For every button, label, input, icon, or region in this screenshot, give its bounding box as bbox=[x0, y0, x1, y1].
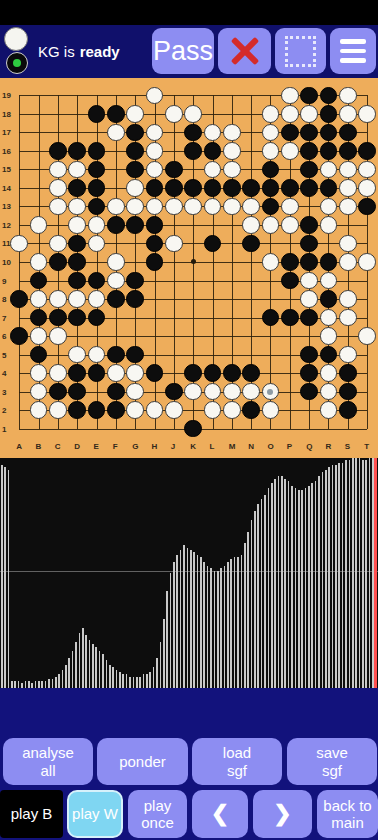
winrate-bar bbox=[335, 465, 337, 688]
stone-P19[interactable] bbox=[281, 87, 299, 105]
col-label: A bbox=[16, 442, 22, 451]
winrate-bar bbox=[18, 681, 20, 688]
stone-G15[interactable] bbox=[126, 161, 144, 179]
stone-C7[interactable] bbox=[49, 309, 67, 327]
stone-R8[interactable] bbox=[320, 290, 338, 308]
winrate-bar bbox=[8, 470, 10, 689]
winrate-bar bbox=[11, 681, 13, 688]
stone-S17[interactable] bbox=[339, 124, 357, 142]
stone-N2[interactable] bbox=[242, 401, 260, 419]
stone-B9[interactable] bbox=[30, 272, 48, 290]
stone-M4[interactable] bbox=[223, 364, 241, 382]
load-sgf-button[interactable]: load sgf bbox=[192, 738, 282, 785]
stone-E16[interactable] bbox=[88, 142, 106, 160]
ponder-button[interactable]: ponder bbox=[97, 738, 188, 785]
stone-H11[interactable] bbox=[146, 235, 164, 253]
stone-B5[interactable] bbox=[30, 346, 48, 364]
pass-button[interactable]: Pass bbox=[152, 28, 214, 74]
stone-D12[interactable] bbox=[68, 216, 86, 234]
winrate-bar bbox=[129, 677, 131, 689]
stone-O13[interactable] bbox=[262, 198, 280, 216]
winrate-bar bbox=[281, 476, 283, 688]
stone-R13[interactable] bbox=[320, 198, 338, 216]
stone-E12[interactable] bbox=[88, 216, 106, 234]
stone-O16[interactable] bbox=[262, 142, 280, 160]
stone-M2[interactable] bbox=[223, 401, 241, 419]
stone-R19[interactable] bbox=[320, 87, 338, 105]
stone-P14[interactable] bbox=[281, 179, 299, 197]
stone-E11[interactable] bbox=[88, 235, 106, 253]
winrate-bar bbox=[176, 555, 178, 688]
stone-D9[interactable] bbox=[68, 272, 86, 290]
stone-J2[interactable] bbox=[165, 401, 183, 419]
stone-N11[interactable] bbox=[242, 235, 260, 253]
row-label: 14 bbox=[2, 184, 11, 193]
stone-P16[interactable] bbox=[281, 142, 299, 160]
stone-S4[interactable] bbox=[339, 364, 357, 382]
stone-S13[interactable] bbox=[339, 198, 357, 216]
winrate-bar bbox=[38, 681, 40, 688]
row-label: 13 bbox=[2, 202, 11, 211]
stone-C14[interactable] bbox=[49, 179, 67, 197]
stone-G2[interactable] bbox=[126, 401, 144, 419]
stone-S19[interactable] bbox=[339, 87, 357, 105]
stone-G13[interactable] bbox=[126, 198, 144, 216]
go-board[interactable]: ABCDEFGHJKLMNOPQRST191817161514131211109… bbox=[0, 78, 378, 458]
stone-H13[interactable] bbox=[146, 198, 164, 216]
stone-D3[interactable] bbox=[68, 383, 86, 401]
stone-E5[interactable] bbox=[88, 346, 106, 364]
stone-B4[interactable] bbox=[30, 364, 48, 382]
stone-L14[interactable] bbox=[204, 179, 222, 197]
stone-A11[interactable] bbox=[10, 235, 28, 253]
stone-H4[interactable] bbox=[146, 364, 164, 382]
row-label: 7 bbox=[2, 314, 6, 323]
stone-C6[interactable] bbox=[49, 327, 67, 345]
stone-B8[interactable] bbox=[30, 290, 48, 308]
stone-G14[interactable] bbox=[126, 179, 144, 197]
winrate-bar bbox=[55, 677, 57, 689]
stone-O17[interactable] bbox=[262, 124, 280, 142]
stone-L4[interactable] bbox=[204, 364, 222, 382]
stone-D10[interactable] bbox=[68, 253, 86, 271]
stone-J13[interactable] bbox=[165, 198, 183, 216]
stone-G12[interactable] bbox=[126, 216, 144, 234]
stone-C15[interactable] bbox=[49, 161, 67, 179]
stone-E18[interactable] bbox=[88, 105, 106, 123]
stone-L16[interactable] bbox=[204, 142, 222, 160]
stone-P12[interactable] bbox=[281, 216, 299, 234]
stone-E15[interactable] bbox=[88, 161, 106, 179]
stone-K3[interactable] bbox=[184, 383, 202, 401]
stone-R16[interactable] bbox=[320, 142, 338, 160]
stone-O7[interactable] bbox=[262, 309, 280, 327]
stone-N14[interactable] bbox=[242, 179, 260, 197]
stone-Q10[interactable] bbox=[300, 253, 318, 271]
winrate-bar bbox=[119, 672, 121, 688]
status-state: ready bbox=[80, 43, 120, 60]
stone-H15[interactable] bbox=[146, 161, 164, 179]
winrate-bar bbox=[156, 658, 158, 688]
stone-D13[interactable] bbox=[68, 198, 86, 216]
stone-R10[interactable] bbox=[320, 253, 338, 271]
stone-E2[interactable] bbox=[88, 401, 106, 419]
stone-Q15[interactable] bbox=[300, 161, 318, 179]
stone-L13[interactable] bbox=[204, 198, 222, 216]
stone-P13[interactable] bbox=[281, 198, 299, 216]
stone-C4[interactable] bbox=[49, 364, 67, 382]
stone-M17[interactable] bbox=[223, 124, 241, 142]
stone-A6[interactable] bbox=[10, 327, 28, 345]
winrate-bar bbox=[187, 548, 189, 688]
stone-F12[interactable] bbox=[107, 216, 125, 234]
stone-G18[interactable] bbox=[126, 105, 144, 123]
hamburger-icon bbox=[340, 39, 366, 44]
winrate-bar bbox=[197, 555, 199, 688]
winrate-graph[interactable] bbox=[0, 458, 378, 688]
winrate-bar bbox=[106, 660, 108, 688]
col-label: S bbox=[345, 442, 350, 451]
stone-R9[interactable] bbox=[320, 272, 338, 290]
stone-E14[interactable] bbox=[88, 179, 106, 197]
row-label: 17 bbox=[2, 128, 11, 137]
stone-Q3[interactable] bbox=[300, 383, 318, 401]
stone-L3[interactable] bbox=[204, 383, 222, 401]
winrate-bar bbox=[79, 633, 81, 688]
last-move-marker bbox=[267, 389, 273, 395]
winrate-bar bbox=[58, 674, 60, 688]
stone-S14[interactable] bbox=[339, 179, 357, 197]
winrate-bar bbox=[112, 667, 114, 688]
stone-F4[interactable] bbox=[107, 364, 125, 382]
stone-R4[interactable] bbox=[320, 364, 338, 382]
winrate-bar bbox=[365, 460, 367, 688]
stone-G8[interactable] bbox=[126, 290, 144, 308]
save-sgf-button[interactable]: save sgf bbox=[287, 738, 377, 785]
stone-L11[interactable] bbox=[204, 235, 222, 253]
play-once-button[interactable]: play once bbox=[128, 790, 187, 838]
stone-R12[interactable] bbox=[320, 216, 338, 234]
col-label: R bbox=[325, 442, 331, 451]
stone-H14[interactable] bbox=[146, 179, 164, 197]
winrate-bar bbox=[126, 674, 128, 688]
stone-O2[interactable] bbox=[262, 401, 280, 419]
select-region-button[interactable] bbox=[275, 28, 326, 74]
stone-Q8[interactable] bbox=[300, 290, 318, 308]
stone-D4[interactable] bbox=[68, 364, 86, 382]
stone-F8[interactable] bbox=[107, 290, 125, 308]
red-x-icon bbox=[225, 31, 265, 71]
stone-C16[interactable] bbox=[49, 142, 67, 160]
stone-P18[interactable] bbox=[281, 105, 299, 123]
winrate-bar bbox=[143, 674, 145, 688]
back-to-main-button[interactable]: back to main bbox=[317, 790, 378, 838]
winrate-bar bbox=[193, 552, 195, 688]
winrate-bar bbox=[234, 557, 236, 688]
stone-G5[interactable] bbox=[126, 346, 144, 364]
stone-F5[interactable] bbox=[107, 346, 125, 364]
winrate-bar bbox=[109, 665, 111, 688]
winrate-bar bbox=[210, 568, 212, 688]
stone-Q5[interactable] bbox=[300, 346, 318, 364]
stone-G4[interactable] bbox=[126, 364, 144, 382]
stone-B2[interactable] bbox=[30, 401, 48, 419]
stone-H2[interactable] bbox=[146, 401, 164, 419]
stone-R2[interactable] bbox=[320, 401, 338, 419]
winrate-bar bbox=[133, 677, 135, 689]
prev-move-button[interactable]: ❮ bbox=[192, 790, 248, 838]
status-bar bbox=[0, 0, 378, 25]
stone-J11[interactable] bbox=[165, 235, 183, 253]
stone-T14[interactable] bbox=[358, 179, 376, 197]
status-prefix: KG is bbox=[38, 43, 75, 60]
stone-S16[interactable] bbox=[339, 142, 357, 160]
stone-P17[interactable] bbox=[281, 124, 299, 142]
stone-E8[interactable] bbox=[88, 290, 106, 308]
stone-K14[interactable] bbox=[184, 179, 202, 197]
stone-R5[interactable] bbox=[320, 346, 338, 364]
col-label: H bbox=[152, 442, 158, 451]
stone-J3[interactable] bbox=[165, 383, 183, 401]
stone-R15[interactable] bbox=[320, 161, 338, 179]
winrate-bar bbox=[315, 481, 317, 688]
stone-T10[interactable] bbox=[358, 253, 376, 271]
stone-S11[interactable] bbox=[339, 235, 357, 253]
stone-C11[interactable] bbox=[49, 235, 67, 253]
stone-S8[interactable] bbox=[339, 290, 357, 308]
stone-R17[interactable] bbox=[320, 124, 338, 142]
stone-H17[interactable] bbox=[146, 124, 164, 142]
stone-L15[interactable] bbox=[204, 161, 222, 179]
winrate-bar bbox=[1, 465, 3, 688]
stone-B7[interactable] bbox=[30, 309, 48, 327]
stone-G16[interactable] bbox=[126, 142, 144, 160]
winrate-bar bbox=[342, 463, 344, 688]
stone-D2[interactable] bbox=[68, 401, 86, 419]
stone-K1[interactable] bbox=[184, 420, 202, 438]
menu-button[interactable] bbox=[330, 28, 376, 74]
stone-H10[interactable] bbox=[146, 253, 164, 271]
col-label: N bbox=[248, 442, 254, 451]
stone-S15[interactable] bbox=[339, 161, 357, 179]
winrate-bar bbox=[180, 550, 182, 688]
stone-S18[interactable] bbox=[339, 105, 357, 123]
play-white-button[interactable]: play W bbox=[67, 790, 123, 838]
row-label: 10 bbox=[2, 258, 11, 267]
stone-O3[interactable] bbox=[262, 383, 280, 401]
stone-P10[interactable] bbox=[281, 253, 299, 271]
winrate-bar bbox=[291, 486, 293, 688]
stone-L2[interactable] bbox=[204, 401, 222, 419]
stone-J18[interactable] bbox=[165, 105, 183, 123]
close-button[interactable] bbox=[218, 28, 271, 74]
stone-D16[interactable] bbox=[68, 142, 86, 160]
stone-Q16[interactable] bbox=[300, 142, 318, 160]
winrate-bar bbox=[352, 458, 354, 688]
winrate-bar bbox=[369, 458, 371, 688]
stone-S10[interactable] bbox=[339, 253, 357, 271]
winrate-bar bbox=[271, 483, 273, 688]
stone-D14[interactable] bbox=[68, 179, 86, 197]
winrate-bar bbox=[214, 571, 216, 688]
row-label: 16 bbox=[2, 147, 11, 156]
stone-E4[interactable] bbox=[88, 364, 106, 382]
stone-B10[interactable] bbox=[30, 253, 48, 271]
stone-B12[interactable] bbox=[30, 216, 48, 234]
winrate-bar bbox=[203, 562, 205, 689]
stone-R18[interactable] bbox=[320, 105, 338, 123]
stone-K17[interactable] bbox=[184, 124, 202, 142]
stone-D5[interactable] bbox=[68, 346, 86, 364]
stone-M13[interactable] bbox=[223, 198, 241, 216]
winrate-bar bbox=[224, 566, 226, 688]
col-label: D bbox=[74, 442, 80, 451]
stone-Q18[interactable] bbox=[300, 105, 318, 123]
stone-G3[interactable] bbox=[126, 383, 144, 401]
winrate-bar bbox=[274, 479, 276, 688]
stone-C10[interactable] bbox=[49, 253, 67, 271]
col-label: T bbox=[364, 442, 369, 451]
stone-F9[interactable] bbox=[107, 272, 125, 290]
stone-O14[interactable] bbox=[262, 179, 280, 197]
winrate-bar bbox=[332, 465, 334, 688]
winrate-bar bbox=[338, 463, 340, 688]
stone-G17[interactable] bbox=[126, 124, 144, 142]
winrate-bar bbox=[247, 532, 249, 688]
stone-K18[interactable] bbox=[184, 105, 202, 123]
stone-H12[interactable] bbox=[146, 216, 164, 234]
winrate-bar bbox=[295, 488, 297, 688]
winrate-bar bbox=[146, 674, 148, 688]
col-label: M bbox=[229, 442, 236, 451]
stone-O12[interactable] bbox=[262, 216, 280, 234]
stone-T15[interactable] bbox=[358, 161, 376, 179]
row-label: 2 bbox=[2, 406, 6, 415]
stone-T16[interactable] bbox=[358, 142, 376, 160]
winrate-bar bbox=[257, 504, 259, 688]
stone-Q12[interactable] bbox=[300, 216, 318, 234]
winrate-bar bbox=[48, 679, 50, 688]
stone-E7[interactable] bbox=[88, 309, 106, 327]
stone-F17[interactable] bbox=[107, 124, 125, 142]
stone-K16[interactable] bbox=[184, 142, 202, 160]
winrate-bar bbox=[99, 651, 101, 688]
stone-N4[interactable] bbox=[242, 364, 260, 382]
stone-S5[interactable] bbox=[339, 346, 357, 364]
winrate-bar bbox=[237, 557, 239, 688]
stone-F3[interactable] bbox=[107, 383, 125, 401]
row-label: 1 bbox=[2, 425, 6, 434]
winrate-bar bbox=[166, 591, 168, 688]
stone-F18[interactable] bbox=[107, 105, 125, 123]
stone-T6[interactable] bbox=[358, 327, 376, 345]
winrate-bar bbox=[359, 458, 361, 688]
stone-J14[interactable] bbox=[165, 179, 183, 197]
stone-H16[interactable] bbox=[146, 142, 164, 160]
stone-O10[interactable] bbox=[262, 253, 280, 271]
stone-R7[interactable] bbox=[320, 309, 338, 327]
col-label: Q bbox=[306, 442, 312, 451]
stone-K4[interactable] bbox=[184, 364, 202, 382]
stone-H19[interactable] bbox=[146, 87, 164, 105]
stone-D11[interactable] bbox=[68, 235, 86, 253]
stone-N3[interactable] bbox=[242, 383, 260, 401]
row-label: 4 bbox=[2, 369, 6, 378]
stone-O18[interactable] bbox=[262, 105, 280, 123]
stone-B3[interactable] bbox=[30, 383, 48, 401]
stone-F10[interactable] bbox=[107, 253, 125, 271]
stone-Q17[interactable] bbox=[300, 124, 318, 142]
stone-R3[interactable] bbox=[320, 383, 338, 401]
stone-S3[interactable] bbox=[339, 383, 357, 401]
stone-A8[interactable] bbox=[10, 290, 28, 308]
stone-Q11[interactable] bbox=[300, 235, 318, 253]
stone-F13[interactable] bbox=[107, 198, 125, 216]
stone-O15[interactable] bbox=[262, 161, 280, 179]
stone-N13[interactable] bbox=[242, 198, 260, 216]
winrate-bar bbox=[325, 470, 327, 689]
stone-M14[interactable] bbox=[223, 179, 241, 197]
next-move-button[interactable]: ❯ bbox=[253, 790, 312, 838]
stone-D7[interactable] bbox=[68, 309, 86, 327]
stone-Q9[interactable] bbox=[300, 272, 318, 290]
winrate-bar bbox=[82, 628, 84, 688]
stone-C8[interactable] bbox=[49, 290, 67, 308]
winrate-bar bbox=[261, 499, 263, 688]
stone-Q19[interactable] bbox=[300, 87, 318, 105]
stone-P7[interactable] bbox=[281, 309, 299, 327]
stone-K13[interactable] bbox=[184, 198, 202, 216]
winrate-bar bbox=[284, 479, 286, 688]
winrate-bar bbox=[62, 670, 64, 688]
stone-R14[interactable] bbox=[320, 179, 338, 197]
winrate-bar bbox=[268, 488, 270, 688]
winrate-bar bbox=[305, 488, 307, 688]
stone-Q14[interactable] bbox=[300, 179, 318, 197]
stone-C13[interactable] bbox=[49, 198, 67, 216]
stone-T18[interactable] bbox=[358, 105, 376, 123]
stone-S2[interactable] bbox=[339, 401, 357, 419]
stone-Q4[interactable] bbox=[300, 364, 318, 382]
stone-B6[interactable] bbox=[30, 327, 48, 345]
stone-C2[interactable] bbox=[49, 401, 67, 419]
analyse-all-button[interactable]: analyse all bbox=[3, 738, 93, 785]
stone-S7[interactable] bbox=[339, 309, 357, 327]
stone-Q7[interactable] bbox=[300, 309, 318, 327]
stone-M15[interactable] bbox=[223, 161, 241, 179]
stone-E9[interactable] bbox=[88, 272, 106, 290]
stone-J15[interactable] bbox=[165, 161, 183, 179]
stone-N12[interactable] bbox=[242, 216, 260, 234]
play-black-button[interactable]: play B bbox=[0, 790, 63, 838]
engine-status-icon bbox=[6, 52, 28, 74]
winrate-bar bbox=[160, 642, 162, 688]
stone-D8[interactable] bbox=[68, 290, 86, 308]
stone-M3[interactable] bbox=[223, 383, 241, 401]
stone-G9[interactable] bbox=[126, 272, 144, 290]
stone-L17[interactable] bbox=[204, 124, 222, 142]
winrate-bar bbox=[200, 557, 202, 688]
stone-R6[interactable] bbox=[320, 327, 338, 345]
stone-C3[interactable] bbox=[49, 383, 67, 401]
stone-T13[interactable] bbox=[358, 198, 376, 216]
stone-D15[interactable] bbox=[68, 161, 86, 179]
stone-P9[interactable] bbox=[281, 272, 299, 290]
stone-E13[interactable] bbox=[88, 198, 106, 216]
stone-F2[interactable] bbox=[107, 401, 125, 419]
stone-M16[interactable] bbox=[223, 142, 241, 160]
winrate-bar bbox=[52, 679, 54, 688]
